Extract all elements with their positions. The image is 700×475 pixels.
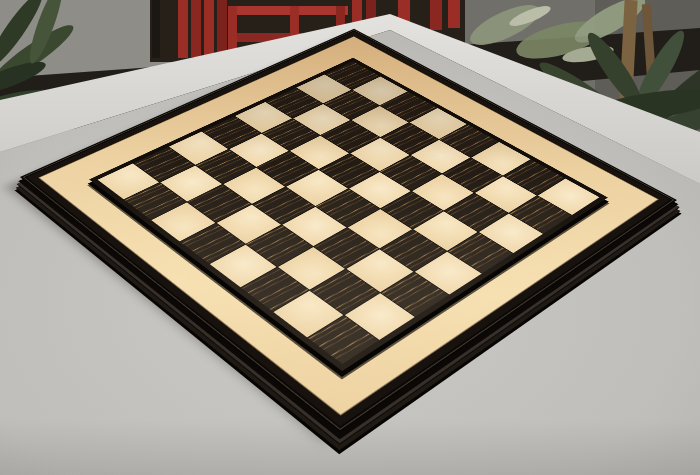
board-maple-border <box>38 36 658 415</box>
board-playing-field <box>89 58 608 371</box>
photo-stage <box>0 0 700 475</box>
table-bottom-shade <box>0 420 700 475</box>
chess-board <box>108 0 589 429</box>
